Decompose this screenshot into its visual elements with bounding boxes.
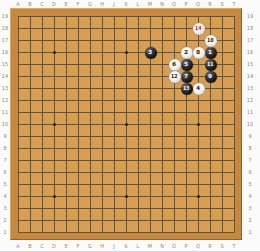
move-number: 3 (148, 50, 152, 56)
coord-label-left-19: 19 (1, 14, 9, 18)
move-number: 14 (195, 26, 202, 31)
coord-label-bottom-F: F (74, 244, 82, 248)
coord-label-left-8: 8 (1, 146, 9, 150)
stone-white-4-Q13: 4 (193, 83, 205, 95)
move-number: 7 (184, 74, 188, 80)
grid-line-horizontal (18, 136, 235, 137)
stone-white-14-Q18: 14 (193, 23, 205, 35)
grid-line-horizontal (18, 232, 235, 233)
coord-label-top-T: T (230, 2, 238, 6)
coord-label-top-Q: Q (194, 2, 202, 6)
coord-label-top-C: C (38, 2, 46, 6)
coord-label-right-14: 14 (246, 74, 254, 78)
coord-label-right-17: 17 (246, 38, 254, 42)
coord-label-left-16: 16 (1, 50, 9, 54)
star-point-Q10 (197, 123, 200, 126)
coord-label-top-H: H (98, 2, 106, 6)
coord-label-right-15: 15 (246, 62, 254, 66)
coord-label-left-17: 17 (1, 38, 9, 42)
go-board[interactable]: 1234567891011121314 (10, 8, 242, 240)
star-point-K16 (125, 51, 128, 54)
grid-line-horizontal (18, 184, 235, 185)
move-number: 6 (172, 62, 176, 68)
coord-label-top-B: B (26, 2, 34, 6)
move-number: 12 (171, 74, 178, 79)
stone-black-9-R14: 9 (205, 71, 217, 83)
coord-label-right-19: 19 (246, 14, 254, 18)
coord-label-bottom-J: J (110, 244, 118, 248)
coord-label-right-4: 4 (246, 194, 254, 198)
stone-black-3-M16: 3 (145, 47, 157, 59)
coord-label-bottom-O: O (170, 244, 178, 248)
coord-label-left-14: 14 (1, 74, 9, 78)
coord-label-left-3: 3 (1, 206, 9, 210)
stone-white-6-O15: 6 (169, 59, 181, 71)
coord-label-top-E: E (62, 2, 70, 6)
coord-label-top-P: P (182, 2, 190, 6)
star-point-Q4 (197, 195, 200, 198)
coord-label-left-18: 18 (1, 26, 9, 30)
go-board-page: 1234567891011121314 AABBCCDDEEFFGGHHJJKK… (0, 0, 260, 252)
coord-label-bottom-G: G (86, 244, 94, 248)
coord-label-left-13: 13 (1, 86, 9, 90)
star-point-D10 (53, 123, 56, 126)
grid-line-vertical (162, 16, 163, 233)
coord-label-left-4: 4 (1, 194, 9, 198)
move-number: 1 (208, 50, 212, 56)
coord-label-left-6: 6 (1, 170, 9, 174)
coord-label-top-A: A (14, 2, 22, 6)
stone-black-11-R15: 11 (205, 59, 217, 71)
coord-label-bottom-A: A (14, 244, 22, 248)
move-number: 2 (184, 50, 188, 56)
move-number: 9 (208, 74, 212, 80)
coord-label-bottom-K: K (122, 244, 130, 248)
stone-black-7-P14: 7 (181, 71, 193, 83)
move-number: 5 (184, 62, 188, 68)
move-number: 4 (196, 86, 200, 92)
star-point-D16 (53, 51, 56, 54)
coord-label-bottom-L: L (134, 244, 142, 248)
coord-label-right-3: 3 (246, 206, 254, 210)
coord-label-bottom-M: M (146, 244, 154, 248)
coord-label-bottom-S: S (218, 244, 226, 248)
coord-label-top-J: J (110, 2, 118, 6)
coord-label-right-6: 6 (246, 170, 254, 174)
grid-line-vertical (138, 16, 139, 233)
grid-line-vertical (234, 16, 235, 233)
move-number: 13 (183, 86, 190, 91)
coord-label-left-7: 7 (1, 158, 9, 162)
coord-label-bottom-N: N (158, 244, 166, 248)
star-point-K10 (125, 123, 128, 126)
coord-label-top-K: K (122, 2, 130, 6)
grid-line-horizontal (18, 220, 235, 221)
coord-label-bottom-D: D (50, 244, 58, 248)
coord-label-left-10: 10 (1, 122, 9, 126)
grid-line-horizontal (18, 148, 235, 149)
coord-label-top-F: F (74, 2, 82, 6)
move-number: 11 (207, 62, 214, 67)
coord-label-bottom-E: E (62, 244, 70, 248)
stone-white-12-O14: 12 (169, 71, 181, 83)
coord-label-right-1: 1 (246, 230, 254, 234)
coord-label-left-12: 12 (1, 98, 9, 102)
coord-label-right-2: 2 (246, 218, 254, 222)
coord-label-bottom-P: P (182, 244, 190, 248)
coord-label-top-D: D (50, 2, 58, 6)
coord-label-top-L: L (134, 2, 142, 6)
stone-white-2-P16: 2 (181, 47, 193, 59)
stone-black-1-R16: 1 (205, 47, 217, 59)
coord-label-right-11: 11 (246, 110, 254, 114)
coord-label-right-7: 7 (246, 158, 254, 162)
coord-label-left-11: 11 (1, 110, 9, 114)
coord-label-top-M: M (146, 2, 154, 6)
coord-label-right-13: 13 (246, 86, 254, 90)
coord-label-bottom-Q: Q (194, 244, 202, 248)
coord-label-right-12: 12 (246, 98, 254, 102)
coord-label-left-5: 5 (1, 182, 9, 186)
coord-label-right-10: 10 (246, 122, 254, 126)
coord-label-right-18: 18 (246, 26, 254, 30)
coord-label-right-9: 9 (246, 134, 254, 138)
coord-label-top-O: O (170, 2, 178, 6)
move-number: 10 (207, 38, 214, 43)
coord-label-top-S: S (218, 2, 226, 6)
coord-label-bottom-H: H (98, 244, 106, 248)
grid-line-horizontal (18, 160, 235, 161)
coord-label-right-5: 5 (246, 182, 254, 186)
coord-label-top-R: R (206, 2, 214, 6)
move-number: 8 (196, 50, 200, 56)
stone-white-8-Q16: 8 (193, 47, 205, 59)
stone-black-13-P13: 13 (181, 83, 193, 95)
grid-line-horizontal (18, 208, 235, 209)
coord-label-left-2: 2 (1, 218, 9, 222)
coord-label-left-9: 9 (1, 134, 9, 138)
coord-label-right-16: 16 (246, 50, 254, 54)
grid-line-vertical (222, 16, 223, 233)
coord-label-top-G: G (86, 2, 94, 6)
stone-black-5-P15: 5 (181, 59, 193, 71)
coord-label-bottom-C: C (38, 244, 46, 248)
coord-label-bottom-T: T (230, 244, 238, 248)
coord-label-left-15: 15 (1, 62, 9, 66)
coord-label-bottom-B: B (26, 244, 34, 248)
grid-line-horizontal (18, 172, 235, 173)
coord-label-bottom-R: R (206, 244, 214, 248)
coord-label-left-1: 1 (1, 230, 9, 234)
star-point-D4 (53, 195, 56, 198)
star-point-K4 (125, 195, 128, 198)
coord-label-right-8: 8 (246, 146, 254, 150)
stone-white-10-R17: 10 (205, 35, 217, 47)
grid-line-vertical (174, 16, 175, 233)
coord-label-top-N: N (158, 2, 166, 6)
